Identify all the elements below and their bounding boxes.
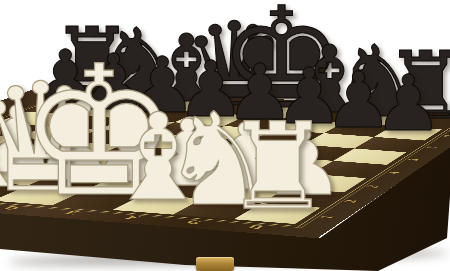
rank-label-5: 5 [406,158,421,161]
chess-board-photo: ABCDEFGH12345678 ♜♞♝♛♚♝♞♜♟♟♟♟♟♟♟♟♟♟♟♟♟♟♟… [0,0,450,271]
piece-black-pawn-h7[interactable]: ♟ [374,65,443,142]
rank-label-2: 2 [342,200,359,204]
rank-label-3: 3 [365,185,382,188]
piece-white-rook-h1[interactable]: ♜ [224,108,332,228]
brass-hinge-icon [196,257,234,271]
rank-label-4: 4 [386,171,402,174]
